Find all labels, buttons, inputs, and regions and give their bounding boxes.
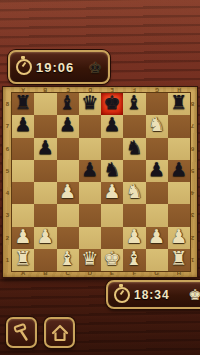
- square-f3[interactable]: [123, 204, 145, 226]
- square-a1[interactable]: ♜: [12, 249, 34, 271]
- square-h5[interactable]: ♟: [168, 160, 190, 182]
- black-pawn[interactable]: ♟: [104, 115, 121, 135]
- square-c5[interactable]: [57, 160, 79, 182]
- black-clock-time: 19:06: [36, 60, 74, 75]
- chess-app-screen: 19:06 ♚ 87654321 87654321 ABCDEFGH ABCDE…: [0, 0, 200, 355]
- white-rook[interactable]: ♜: [15, 249, 32, 269]
- black-pawn[interactable]: ♟: [81, 160, 98, 180]
- square-f7[interactable]: [123, 115, 145, 137]
- square-b3[interactable]: [34, 204, 56, 226]
- home-icon: [50, 323, 70, 343]
- square-c4[interactable]: ♟: [57, 182, 79, 204]
- black-pawn[interactable]: ♟: [148, 160, 165, 180]
- square-c3[interactable]: [57, 204, 79, 226]
- bottom-toolbar: [6, 317, 75, 348]
- square-g5[interactable]: ♟: [146, 160, 168, 182]
- white-king[interactable]: ♚: [104, 249, 121, 269]
- square-h4[interactable]: [168, 182, 190, 204]
- square-c2[interactable]: [57, 227, 79, 249]
- black-pawn[interactable]: ♟: [37, 138, 54, 158]
- black-rook[interactable]: ♜: [15, 93, 32, 113]
- white-clock-time: 18:34: [134, 288, 170, 302]
- square-d5[interactable]: ♟: [79, 160, 101, 182]
- square-h6[interactable]: [168, 138, 190, 160]
- square-e8[interactable]: ♚: [101, 93, 123, 115]
- square-b5[interactable]: [34, 160, 56, 182]
- black-pawn[interactable]: ♟: [170, 160, 187, 180]
- square-d3[interactable]: [79, 204, 101, 226]
- white-pawn[interactable]: ♟: [170, 227, 187, 247]
- white-knight[interactable]: ♞: [126, 182, 143, 202]
- square-g7[interactable]: ♞: [146, 115, 168, 137]
- white-clock-bar: 18:34 ♚: [106, 280, 200, 309]
- square-e1[interactable]: ♚: [101, 249, 123, 271]
- square-c6[interactable]: [57, 138, 79, 160]
- black-king-icon: ♚: [89, 60, 102, 75]
- rank-labels-left: 87654321: [3, 93, 12, 271]
- square-a8[interactable]: ♜: [12, 93, 34, 115]
- square-g3[interactable]: [146, 204, 168, 226]
- square-d4[interactable]: [79, 182, 101, 204]
- stopwatch-icon: [114, 287, 130, 303]
- square-a6[interactable]: [12, 138, 34, 160]
- white-queen[interactable]: ♛: [81, 249, 98, 269]
- white-pawn[interactable]: ♟: [15, 227, 32, 247]
- white-rook[interactable]: ♜: [170, 249, 187, 269]
- white-pawn[interactable]: ♟: [148, 227, 165, 247]
- white-king-icon: ♚: [189, 287, 200, 302]
- square-e7[interactable]: ♟: [101, 115, 123, 137]
- square-e2[interactable]: [101, 227, 123, 249]
- square-d6[interactable]: [79, 138, 101, 160]
- board-grid: ♜♝♛♚♝♜♟♟♟♞♟♞♟♞♟♟♟♟♞♟♟♟♟♟♜♝♛♚♝♜: [12, 93, 190, 271]
- square-b4[interactable]: [34, 182, 56, 204]
- square-e3[interactable]: [101, 204, 123, 226]
- square-h3[interactable]: [168, 204, 190, 226]
- square-f6[interactable]: ♞: [123, 138, 145, 160]
- white-pawn[interactable]: ♟: [126, 227, 143, 247]
- black-rook[interactable]: ♜: [170, 93, 187, 113]
- square-f8[interactable]: ♝: [123, 93, 145, 115]
- white-bishop[interactable]: ♝: [59, 249, 76, 269]
- square-a2[interactable]: ♟: [12, 227, 34, 249]
- square-a4[interactable]: [12, 182, 34, 204]
- square-b2[interactable]: ♟: [34, 227, 56, 249]
- square-g4[interactable]: [146, 182, 168, 204]
- white-pawn[interactable]: ♟: [59, 182, 76, 202]
- square-b1[interactable]: [34, 249, 56, 271]
- square-g6[interactable]: [146, 138, 168, 160]
- black-bishop[interactable]: ♝: [126, 93, 143, 113]
- square-b6[interactable]: ♟: [34, 138, 56, 160]
- square-g1[interactable]: [146, 249, 168, 271]
- square-a3[interactable]: [12, 204, 34, 226]
- hammer-icon: [12, 323, 31, 342]
- black-clock-bar: 19:06 ♚: [8, 50, 110, 84]
- black-king[interactable]: ♚: [104, 93, 121, 113]
- white-pawn[interactable]: ♟: [104, 182, 121, 202]
- white-bishop[interactable]: ♝: [126, 249, 143, 269]
- square-a5[interactable]: [12, 160, 34, 182]
- square-a7[interactable]: ♟: [12, 115, 34, 137]
- square-f1[interactable]: ♝: [123, 249, 145, 271]
- square-d7[interactable]: [79, 115, 101, 137]
- square-c8[interactable]: ♝: [57, 93, 79, 115]
- black-pawn[interactable]: ♟: [15, 115, 32, 135]
- home-button[interactable]: [44, 317, 75, 348]
- chess-board: 87654321 87654321 ABCDEFGH ABCDEFGH ♜♝♛♚…: [2, 86, 198, 278]
- tools-button[interactable]: [6, 317, 37, 348]
- white-pawn[interactable]: ♟: [37, 227, 54, 247]
- square-d2[interactable]: [79, 227, 101, 249]
- square-e5[interactable]: ♞: [101, 160, 123, 182]
- square-f4[interactable]: ♞: [123, 182, 145, 204]
- square-f2[interactable]: ♟: [123, 227, 145, 249]
- stopwatch-icon: [16, 59, 32, 75]
- square-d1[interactable]: ♛: [79, 249, 101, 271]
- square-h1[interactable]: ♜: [168, 249, 190, 271]
- square-h2[interactable]: ♟: [168, 227, 190, 249]
- square-e4[interactable]: ♟: [101, 182, 123, 204]
- square-c1[interactable]: ♝: [57, 249, 79, 271]
- square-b7[interactable]: [34, 115, 56, 137]
- square-d8[interactable]: ♛: [79, 93, 101, 115]
- square-b8[interactable]: [34, 93, 56, 115]
- black-knight[interactable]: ♞: [126, 138, 143, 158]
- black-pawn[interactable]: ♟: [59, 115, 76, 135]
- square-h8[interactable]: ♜: [168, 93, 190, 115]
- square-g8[interactable]: [146, 93, 168, 115]
- black-queen[interactable]: ♛: [81, 93, 98, 113]
- black-knight[interactable]: ♞: [104, 160, 121, 180]
- square-f5[interactable]: [123, 160, 145, 182]
- square-g2[interactable]: ♟: [146, 227, 168, 249]
- black-bishop[interactable]: ♝: [59, 93, 76, 113]
- white-knight[interactable]: ♞: [148, 115, 165, 135]
- square-h7[interactable]: [168, 115, 190, 137]
- square-e6[interactable]: [101, 138, 123, 160]
- square-c7[interactable]: ♟: [57, 115, 79, 137]
